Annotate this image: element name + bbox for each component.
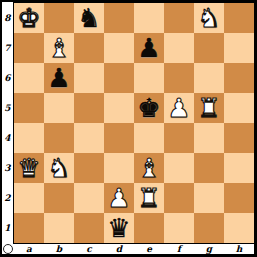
square-b5[interactable] — [44, 93, 74, 123]
rank-label-6: 6 — [2, 63, 13, 93]
file-label-g: g — [194, 243, 224, 254]
square-g8[interactable]: ♞ — [194, 3, 224, 33]
square-h4[interactable] — [224, 123, 254, 153]
square-c3[interactable] — [74, 153, 104, 183]
square-f7[interactable] — [164, 33, 194, 63]
square-b8[interactable] — [44, 3, 74, 33]
square-h1[interactable] — [224, 213, 254, 243]
square-c1[interactable] — [74, 213, 104, 243]
white-knight[interactable]: ♞ — [47, 153, 70, 183]
square-e7[interactable]: ♟ — [134, 33, 164, 63]
square-f1[interactable] — [164, 213, 194, 243]
square-g6[interactable] — [194, 63, 224, 93]
rank-label-4: 4 — [2, 123, 13, 153]
rank-label-3: 3 — [2, 153, 13, 183]
square-h2[interactable] — [224, 183, 254, 213]
square-a7[interactable] — [14, 33, 44, 63]
square-f6[interactable] — [164, 63, 194, 93]
square-d8[interactable] — [104, 3, 134, 33]
square-g7[interactable] — [194, 33, 224, 63]
square-c4[interactable] — [74, 123, 104, 153]
square-c5[interactable] — [74, 93, 104, 123]
white-queen[interactable]: ♛ — [17, 153, 40, 183]
square-e8[interactable] — [134, 3, 164, 33]
square-c6[interactable] — [74, 63, 104, 93]
file-label-b: b — [44, 243, 74, 254]
rank-label-5: 5 — [2, 93, 13, 123]
black-pawn[interactable]: ♟ — [47, 63, 70, 93]
square-b3[interactable]: ♞ — [44, 153, 74, 183]
rank-label-2: 2 — [2, 183, 13, 213]
square-a5[interactable] — [14, 93, 44, 123]
square-f2[interactable] — [164, 183, 194, 213]
square-b2[interactable] — [44, 183, 74, 213]
square-a3[interactable]: ♛ — [14, 153, 44, 183]
square-e3[interactable]: ♝ — [134, 153, 164, 183]
square-d2[interactable]: ♟ — [104, 183, 134, 213]
square-a2[interactable] — [14, 183, 44, 213]
square-h8[interactable] — [224, 3, 254, 33]
white-bishop[interactable]: ♝ — [47, 33, 70, 63]
square-e1[interactable] — [134, 213, 164, 243]
white-pawn[interactable]: ♟ — [167, 93, 190, 123]
square-h3[interactable] — [224, 153, 254, 183]
square-f5[interactable]: ♟ — [164, 93, 194, 123]
white-rook[interactable]: ♜ — [197, 93, 220, 123]
rank-label-1: 1 — [2, 213, 13, 243]
rank-label-8: 8 — [2, 3, 13, 33]
square-d5[interactable] — [104, 93, 134, 123]
square-e4[interactable] — [134, 123, 164, 153]
square-h5[interactable] — [224, 93, 254, 123]
square-b6[interactable]: ♟ — [44, 63, 74, 93]
square-a4[interactable] — [14, 123, 44, 153]
square-d4[interactable] — [104, 123, 134, 153]
square-b7[interactable]: ♝ — [44, 33, 74, 63]
white-pawn[interactable]: ♟ — [107, 183, 130, 213]
diagram-inner: 87654321 ♚♞♞♝♟♟♚♟♜♛♞♝♟♜♛ abcdefgh — [2, 2, 254, 254]
square-c8[interactable]: ♞ — [74, 3, 104, 33]
square-f8[interactable] — [164, 3, 194, 33]
square-d3[interactable] — [104, 153, 134, 183]
square-g1[interactable] — [194, 213, 224, 243]
chess-diagram: 87654321 ♚♞♞♝♟♟♚♟♜♛♞♝♟♜♛ abcdefgh — [0, 0, 257, 257]
file-label-h: h — [224, 243, 254, 254]
black-queen[interactable]: ♛ — [107, 213, 130, 243]
square-a6[interactable] — [14, 63, 44, 93]
square-a1[interactable] — [14, 213, 44, 243]
black-pawn[interactable]: ♟ — [137, 33, 160, 63]
square-a8[interactable]: ♚ — [14, 3, 44, 33]
square-c2[interactable] — [74, 183, 104, 213]
square-c7[interactable] — [74, 33, 104, 63]
file-label-a: a — [14, 243, 44, 254]
square-e2[interactable]: ♜ — [134, 183, 164, 213]
black-king[interactable]: ♚ — [137, 93, 160, 123]
rank-labels: 87654321 — [2, 2, 13, 243]
square-g4[interactable] — [194, 123, 224, 153]
square-f4[interactable] — [164, 123, 194, 153]
file-label-f: f — [164, 243, 194, 254]
square-d6[interactable] — [104, 63, 134, 93]
square-f3[interactable] — [164, 153, 194, 183]
black-knight[interactable]: ♞ — [77, 3, 100, 33]
side-to-move-indicator — [2, 243, 13, 254]
square-e5[interactable]: ♚ — [134, 93, 164, 123]
white-rook[interactable]: ♜ — [137, 183, 160, 213]
square-d7[interactable] — [104, 33, 134, 63]
white-bishop[interactable]: ♝ — [137, 153, 160, 183]
rank-label-7: 7 — [2, 33, 13, 63]
square-g2[interactable] — [194, 183, 224, 213]
square-g3[interactable] — [194, 153, 224, 183]
square-b4[interactable] — [44, 123, 74, 153]
square-g5[interactable]: ♜ — [194, 93, 224, 123]
file-label-d: d — [104, 243, 134, 254]
square-h6[interactable] — [224, 63, 254, 93]
white-to-move-circle-icon — [3, 244, 13, 254]
white-king[interactable]: ♚ — [17, 3, 40, 33]
square-b1[interactable] — [44, 213, 74, 243]
file-label-c: c — [74, 243, 104, 254]
chess-board[interactable]: ♚♞♞♝♟♟♚♟♜♛♞♝♟♜♛ — [13, 2, 255, 244]
square-d1[interactable]: ♛ — [104, 213, 134, 243]
file-label-e: e — [134, 243, 164, 254]
square-e6[interactable] — [134, 63, 164, 93]
square-h7[interactable] — [224, 33, 254, 63]
file-labels: abcdefgh — [13, 243, 254, 254]
white-knight[interactable]: ♞ — [197, 3, 220, 33]
